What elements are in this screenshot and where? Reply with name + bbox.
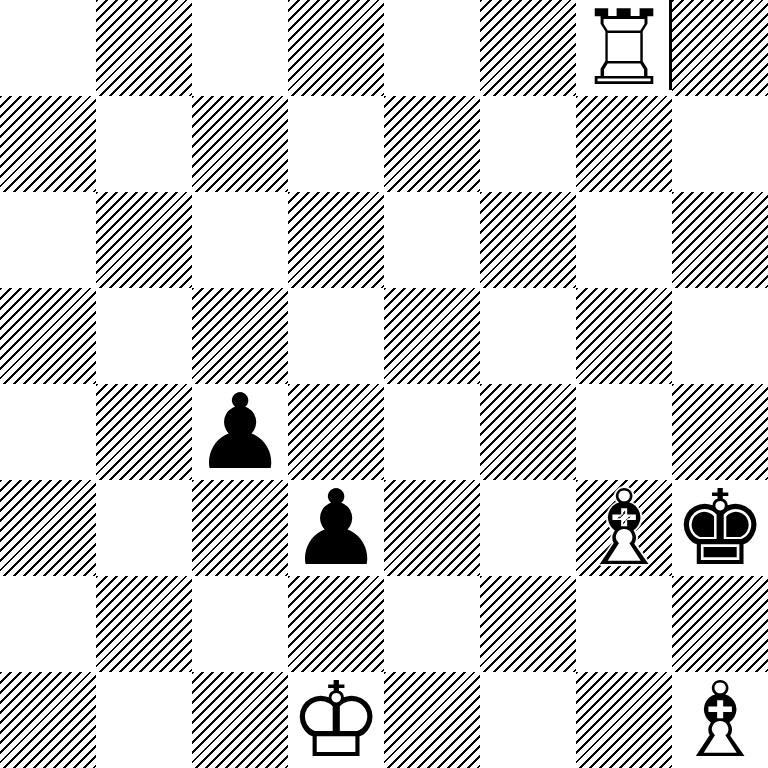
square-d7[interactable] xyxy=(288,96,384,192)
black-king[interactable]: ♚ xyxy=(672,480,768,576)
square-h5[interactable] xyxy=(672,288,768,384)
square-g7[interactable] xyxy=(576,96,672,192)
square-g3[interactable]: ♝♗ xyxy=(576,480,672,576)
square-b1[interactable] xyxy=(96,672,192,768)
square-c2[interactable] xyxy=(192,576,288,672)
square-c5[interactable] xyxy=(192,288,288,384)
square-e2[interactable] xyxy=(384,576,480,672)
square-d5[interactable] xyxy=(288,288,384,384)
square-h2[interactable] xyxy=(672,576,768,672)
g8-right-edge-line xyxy=(669,0,672,90)
square-a5[interactable] xyxy=(0,288,96,384)
square-d4[interactable] xyxy=(288,384,384,480)
square-e8[interactable] xyxy=(384,0,480,96)
square-h7[interactable] xyxy=(672,96,768,192)
square-a1[interactable] xyxy=(0,672,96,768)
square-a2[interactable] xyxy=(0,576,96,672)
square-b8[interactable] xyxy=(96,0,192,96)
square-c6[interactable] xyxy=(192,192,288,288)
square-g2[interactable] xyxy=(576,576,672,672)
square-e4[interactable] xyxy=(384,384,480,480)
square-d2[interactable] xyxy=(288,576,384,672)
square-f2[interactable] xyxy=(480,576,576,672)
square-b7[interactable] xyxy=(96,96,192,192)
square-e7[interactable] xyxy=(384,96,480,192)
square-d8[interactable] xyxy=(288,0,384,96)
square-c8[interactable] xyxy=(192,0,288,96)
square-f3[interactable] xyxy=(480,480,576,576)
square-a8[interactable] xyxy=(0,0,96,96)
square-g6[interactable] xyxy=(576,192,672,288)
square-b6[interactable] xyxy=(96,192,192,288)
square-c1[interactable] xyxy=(192,672,288,768)
square-a7[interactable] xyxy=(0,96,96,192)
square-d3[interactable]: ♟ xyxy=(288,480,384,576)
square-e6[interactable] xyxy=(384,192,480,288)
square-f5[interactable] xyxy=(480,288,576,384)
square-f8[interactable] xyxy=(480,0,576,96)
square-f1[interactable] xyxy=(480,672,576,768)
square-g8[interactable]: ♜♖ xyxy=(576,0,672,96)
square-c7[interactable] xyxy=(192,96,288,192)
square-f6[interactable] xyxy=(480,192,576,288)
white-bishop[interactable]: ♗ xyxy=(576,480,672,576)
square-g1[interactable] xyxy=(576,672,672,768)
square-e3[interactable] xyxy=(384,480,480,576)
square-a4[interactable] xyxy=(0,384,96,480)
chess-board: ♜♖♟♟♝♗♚♚♔♝♗ xyxy=(0,0,768,768)
square-h3[interactable]: ♚ xyxy=(672,480,768,576)
white-rook[interactable]: ♖ xyxy=(576,0,672,96)
square-h1[interactable]: ♝♗ xyxy=(672,672,768,768)
square-g5[interactable] xyxy=(576,288,672,384)
square-f4[interactable] xyxy=(480,384,576,480)
square-c3[interactable] xyxy=(192,480,288,576)
square-h8[interactable] xyxy=(672,0,768,96)
square-h6[interactable] xyxy=(672,192,768,288)
square-d1[interactable]: ♚♔ xyxy=(288,672,384,768)
black-pawn[interactable]: ♟ xyxy=(192,384,288,480)
square-a3[interactable] xyxy=(0,480,96,576)
white-bishop[interactable]: ♗ xyxy=(672,672,768,768)
square-b4[interactable] xyxy=(96,384,192,480)
square-e1[interactable] xyxy=(384,672,480,768)
square-g4[interactable] xyxy=(576,384,672,480)
square-c4[interactable]: ♟ xyxy=(192,384,288,480)
square-e5[interactable] xyxy=(384,288,480,384)
square-b5[interactable] xyxy=(96,288,192,384)
square-f7[interactable] xyxy=(480,96,576,192)
black-pawn[interactable]: ♟ xyxy=(288,480,384,576)
square-b3[interactable] xyxy=(96,480,192,576)
square-b2[interactable] xyxy=(96,576,192,672)
white-king[interactable]: ♔ xyxy=(288,672,384,768)
square-a6[interactable] xyxy=(0,192,96,288)
square-d6[interactable] xyxy=(288,192,384,288)
square-h4[interactable] xyxy=(672,384,768,480)
